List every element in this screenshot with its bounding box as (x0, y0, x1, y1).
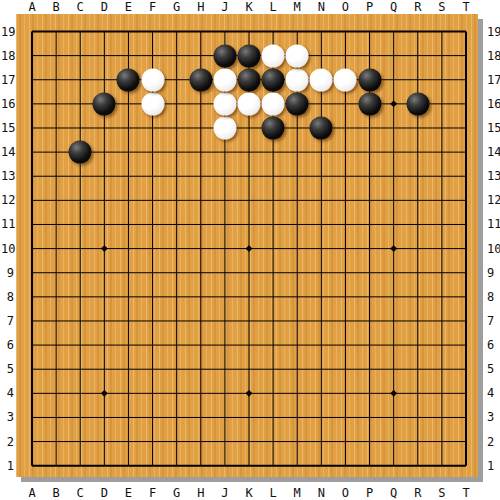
row-label-left-18: 18 (1, 49, 14, 63)
stone-white-J16[interactable] (213, 92, 236, 115)
row-label-left-17: 17 (1, 73, 14, 87)
col-label-top-K: K (245, 0, 252, 14)
stone-black-L17[interactable] (262, 68, 285, 91)
row-label-left-3: 3 (1, 410, 14, 424)
col-label-top-J: J (221, 0, 228, 14)
stone-black-P17[interactable] (358, 68, 381, 91)
row-label-left-9: 9 (1, 266, 14, 280)
go-board-diagram: AABBCCDDEEFFGGHHJJKKLLMMNNOOPPQQRRSSTT19… (0, 0, 500, 500)
stone-black-L15[interactable] (262, 116, 285, 139)
stone-black-H17[interactable] (189, 68, 212, 91)
col-label-bottom-N: N (318, 486, 325, 500)
col-label-top-Q: Q (390, 0, 397, 14)
row-label-right-18: 18 (487, 49, 500, 63)
row-label-right-2: 2 (487, 435, 494, 449)
stone-white-J15[interactable] (213, 116, 236, 139)
col-label-top-O: O (342, 0, 349, 14)
stone-white-L18[interactable] (262, 44, 285, 67)
col-label-bottom-O: O (342, 486, 349, 500)
stone-white-M18[interactable] (286, 44, 309, 67)
col-label-top-B: B (52, 0, 59, 14)
stone-black-R16[interactable] (406, 92, 429, 115)
col-label-top-L: L (269, 0, 276, 14)
col-label-top-R: R (414, 0, 421, 14)
row-label-right-5: 5 (487, 362, 494, 376)
stone-white-F16[interactable] (141, 92, 164, 115)
row-label-right-9: 9 (487, 266, 494, 280)
stone-black-K17[interactable] (238, 68, 261, 91)
col-label-bottom-L: L (269, 486, 276, 500)
stone-black-M16[interactable] (286, 92, 309, 115)
stone-black-C14[interactable] (69, 141, 92, 164)
stone-white-M17[interactable] (286, 68, 309, 91)
col-label-top-F: F (149, 0, 156, 14)
col-label-top-E: E (125, 0, 132, 14)
goban[interactable] (16, 14, 478, 477)
row-label-right-17: 17 (487, 73, 500, 87)
col-label-top-S: S (438, 0, 445, 14)
row-label-left-13: 13 (1, 169, 14, 183)
col-label-bottom-D: D (101, 486, 108, 500)
row-label-right-7: 7 (487, 314, 494, 328)
stone-white-J17[interactable] (213, 68, 236, 91)
row-label-left-4: 4 (1, 386, 14, 400)
col-label-top-A: A (28, 0, 35, 14)
row-label-left-6: 6 (1, 338, 14, 352)
col-label-top-T: T (462, 0, 469, 14)
stone-black-E17[interactable] (117, 68, 140, 91)
row-label-right-1: 1 (487, 459, 494, 473)
row-label-right-19: 19 (487, 25, 500, 39)
col-label-bottom-Q: Q (390, 486, 397, 500)
stone-black-J18[interactable] (213, 44, 236, 67)
col-label-bottom-F: F (149, 486, 156, 500)
row-label-left-19: 19 (1, 25, 14, 39)
row-label-right-16: 16 (487, 97, 500, 111)
row-label-right-12: 12 (487, 193, 500, 207)
col-label-top-G: G (173, 0, 180, 14)
col-label-bottom-J: J (221, 486, 228, 500)
col-label-top-C: C (77, 0, 84, 14)
stone-white-F17[interactable] (141, 68, 164, 91)
row-label-left-7: 7 (1, 314, 14, 328)
stone-white-K16[interactable] (238, 92, 261, 115)
col-label-bottom-P: P (366, 486, 373, 500)
stone-white-O17[interactable] (334, 68, 357, 91)
row-label-right-3: 3 (487, 410, 494, 424)
col-label-bottom-E: E (125, 486, 132, 500)
row-label-left-12: 12 (1, 193, 14, 207)
col-label-bottom-M: M (294, 486, 301, 500)
row-label-right-11: 11 (487, 217, 500, 231)
col-label-top-M: M (294, 0, 301, 14)
col-label-bottom-B: B (52, 486, 59, 500)
stones-layer (16, 14, 478, 477)
row-label-right-10: 10 (487, 242, 500, 256)
row-label-left-5: 5 (1, 362, 14, 376)
stone-black-D16[interactable] (93, 92, 116, 115)
row-label-left-15: 15 (1, 121, 14, 135)
row-label-right-13: 13 (487, 169, 500, 183)
row-label-left-2: 2 (1, 435, 14, 449)
row-label-left-16: 16 (1, 97, 14, 111)
col-label-bottom-T: T (462, 486, 469, 500)
col-label-top-P: P (366, 0, 373, 14)
col-label-bottom-A: A (28, 486, 35, 500)
stone-white-L16[interactable] (262, 92, 285, 115)
stone-black-P16[interactable] (358, 92, 381, 115)
row-label-left-8: 8 (1, 290, 14, 304)
row-label-right-4: 4 (487, 386, 494, 400)
row-label-right-15: 15 (487, 121, 500, 135)
row-label-left-10: 10 (1, 242, 14, 256)
stone-black-N15[interactable] (310, 116, 333, 139)
row-label-right-14: 14 (487, 145, 500, 159)
col-label-top-H: H (197, 0, 204, 14)
col-label-bottom-H: H (197, 486, 204, 500)
stone-black-K18[interactable] (238, 44, 261, 67)
col-label-bottom-C: C (77, 486, 84, 500)
col-label-top-D: D (101, 0, 108, 14)
row-label-right-8: 8 (487, 290, 494, 304)
col-label-top-N: N (318, 0, 325, 14)
col-label-bottom-S: S (438, 486, 445, 500)
row-label-left-14: 14 (1, 145, 14, 159)
row-label-left-1: 1 (1, 459, 14, 473)
row-label-left-11: 11 (1, 217, 14, 231)
row-label-right-6: 6 (487, 338, 494, 352)
col-label-bottom-K: K (245, 486, 252, 500)
col-label-bottom-R: R (414, 486, 421, 500)
col-label-bottom-G: G (173, 486, 180, 500)
stone-white-N17[interactable] (310, 68, 333, 91)
